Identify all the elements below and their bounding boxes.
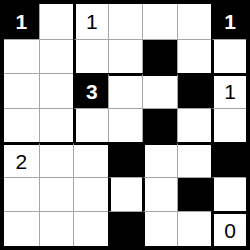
cell-r3c0[interactable] — [4, 108, 39, 143]
cell-r5c6[interactable] — [211, 177, 246, 212]
cell-r5c2[interactable] — [73, 177, 108, 212]
cell-r3c3[interactable] — [108, 108, 143, 143]
cell-r4c6-black[interactable] — [211, 142, 246, 177]
cell-r4c2[interactable] — [73, 142, 108, 177]
cell-r5c0[interactable] — [4, 177, 39, 212]
cell-r6c2[interactable] — [73, 211, 108, 246]
heyawake-board: 1113120 — [4, 4, 246, 246]
cell-r1c6[interactable] — [211, 39, 246, 74]
cell-r2c3[interactable] — [108, 73, 143, 108]
cell-r1c0[interactable] — [4, 39, 39, 74]
cell-r3c6[interactable] — [211, 108, 246, 143]
cell-r4c5[interactable] — [177, 142, 212, 177]
cell-r0c6-black-clue[interactable]: 1 — [211, 4, 246, 39]
cell-r1c5[interactable] — [177, 39, 212, 74]
cell-r5c3[interactable] — [108, 177, 143, 212]
cell-r2c4[interactable] — [142, 73, 177, 108]
cell-r2c6-clue[interactable]: 1 — [211, 73, 246, 108]
cell-r4c1[interactable] — [39, 142, 74, 177]
cell-r0c5[interactable] — [177, 4, 212, 39]
cell-r2c1[interactable] — [39, 73, 74, 108]
cell-r1c2[interactable] — [73, 39, 108, 74]
cell-r6c1[interactable] — [39, 211, 74, 246]
cell-r0c0-black-clue[interactable]: 1 — [4, 4, 39, 39]
cell-r6c0[interactable] — [4, 211, 39, 246]
cell-r3c2[interactable] — [73, 108, 108, 143]
cell-r0c2-clue[interactable]: 1 — [73, 4, 108, 39]
cell-r6c6-clue[interactable]: 0 — [211, 211, 246, 246]
cell-r1c4-black[interactable] — [142, 39, 177, 74]
cell-r2c5-black[interactable] — [177, 73, 212, 108]
cell-r0c4[interactable] — [142, 4, 177, 39]
cell-r5c4[interactable] — [142, 177, 177, 212]
cell-r5c1[interactable] — [39, 177, 74, 212]
cell-r6c5[interactable] — [177, 211, 212, 246]
cell-r4c0-clue[interactable]: 2 — [4, 142, 39, 177]
cell-r5c5-black[interactable] — [177, 177, 212, 212]
cell-r3c1[interactable] — [39, 108, 74, 143]
cell-r1c1[interactable] — [39, 39, 74, 74]
cell-r4c3-black[interactable] — [108, 142, 143, 177]
cell-r0c3[interactable] — [108, 4, 143, 39]
cell-r6c3-black[interactable] — [108, 211, 143, 246]
cell-r0c1[interactable] — [39, 4, 74, 39]
cell-r3c5[interactable] — [177, 108, 212, 143]
heyawake-puzzle: 1113120 — [0, 0, 250, 250]
cell-r2c0[interactable] — [4, 73, 39, 108]
cell-r3c4-black[interactable] — [142, 108, 177, 143]
cell-r1c3[interactable] — [108, 39, 143, 74]
cell-r2c2-black-clue[interactable]: 3 — [73, 73, 108, 108]
cell-r4c4[interactable] — [142, 142, 177, 177]
cell-r6c4[interactable] — [142, 211, 177, 246]
